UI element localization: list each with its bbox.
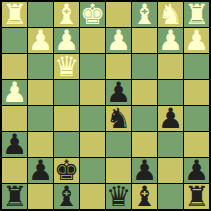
chess-board: ♜♝♚♝♞♜♟♟♟♟♟♛♟♟♞♟♟♟♚♟♟♜♝♛♝♜ [0,0,211,211]
square-g7[interactable]: ♟ [28,158,53,183]
square-a3[interactable] [184,54,209,79]
square-a8[interactable]: ♜ [184,184,209,209]
square-e4[interactable] [80,80,105,105]
white-rook[interactable]: ♜ [2,2,27,27]
white-pawn[interactable]: ♟ [28,28,53,53]
square-c2[interactable] [132,28,157,53]
square-b2[interactable]: ♟ [158,28,183,53]
square-g3[interactable] [28,54,53,79]
square-c8[interactable]: ♝ [132,184,157,209]
square-c3[interactable] [132,54,157,79]
square-c5[interactable] [132,106,157,131]
black-pawn[interactable]: ♟ [158,106,183,131]
square-a4[interactable] [184,80,209,105]
square-e1[interactable]: ♚ [80,2,105,27]
square-b5[interactable]: ♟ [158,106,183,131]
black-bishop[interactable]: ♝ [54,184,79,209]
white-queen[interactable]: ♛ [54,54,79,79]
square-e6[interactable] [80,132,105,157]
square-f3[interactable]: ♛ [54,54,79,79]
square-h4[interactable]: ♟ [2,80,27,105]
white-pawn[interactable]: ♟ [106,28,131,53]
square-c1[interactable]: ♝ [132,2,157,27]
square-e2[interactable] [80,28,105,53]
square-d6[interactable] [106,132,131,157]
square-b7[interactable] [158,158,183,183]
square-f5[interactable] [54,106,79,131]
square-g8[interactable] [28,184,53,209]
square-e5[interactable] [80,106,105,131]
black-pawn[interactable]: ♟ [2,132,27,157]
black-queen[interactable]: ♛ [106,184,131,209]
square-g5[interactable] [28,106,53,131]
square-e7[interactable] [80,158,105,183]
square-g2[interactable]: ♟ [28,28,53,53]
white-pawn[interactable]: ♟ [184,28,209,53]
black-rook[interactable]: ♜ [184,184,209,209]
white-pawn[interactable]: ♟ [2,80,27,105]
square-a2[interactable]: ♟ [184,28,209,53]
black-knight[interactable]: ♞ [106,106,131,131]
black-rook[interactable]: ♜ [2,184,27,209]
white-bishop[interactable]: ♝ [132,2,157,27]
white-pawn[interactable]: ♟ [158,28,183,53]
square-h2[interactable] [2,28,27,53]
square-b6[interactable] [158,132,183,157]
square-d5[interactable]: ♞ [106,106,131,131]
square-a5[interactable] [184,106,209,131]
square-e3[interactable] [80,54,105,79]
square-d2[interactable]: ♟ [106,28,131,53]
square-h6[interactable]: ♟ [2,132,27,157]
square-f8[interactable]: ♝ [54,184,79,209]
square-h8[interactable]: ♜ [2,184,27,209]
black-pawn[interactable]: ♟ [28,158,53,183]
black-bishop[interactable]: ♝ [132,184,157,209]
square-f4[interactable] [54,80,79,105]
white-king[interactable]: ♚ [80,2,105,27]
square-e8[interactable] [80,184,105,209]
square-h1[interactable]: ♜ [2,2,27,27]
square-b3[interactable] [158,54,183,79]
square-g4[interactable] [28,80,53,105]
square-b8[interactable] [158,184,183,209]
square-c4[interactable] [132,80,157,105]
square-d8[interactable]: ♛ [106,184,131,209]
